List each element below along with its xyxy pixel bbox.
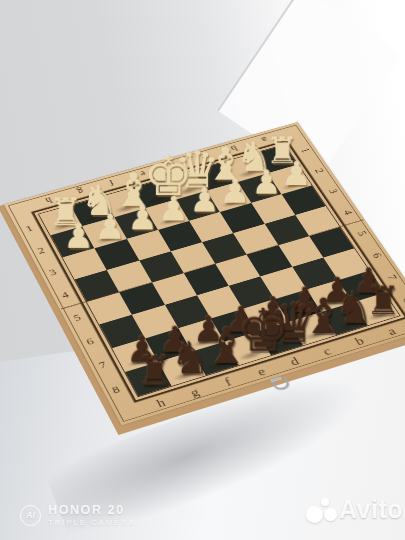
ai-camera-logo-icon: AI xyxy=(20,505,41,526)
piece-shadow xyxy=(188,205,216,218)
avito-watermark: Avito xyxy=(316,495,403,524)
avito-watermark-text: Avito xyxy=(339,495,403,524)
camera-watermark: AI HONOR 20 TRIPLE CAMERA xyxy=(20,503,136,527)
camera-watermark-line1: HONOR 20 xyxy=(48,503,136,517)
square-d6 xyxy=(229,277,275,309)
photo-scene: 12345678 12345678 hgfedcba hgfedcba ♜♞♝♚… xyxy=(0,0,405,540)
avito-logo-icon xyxy=(316,497,336,523)
camera-watermark-line2: TRIPLE CAMERA xyxy=(48,518,136,527)
